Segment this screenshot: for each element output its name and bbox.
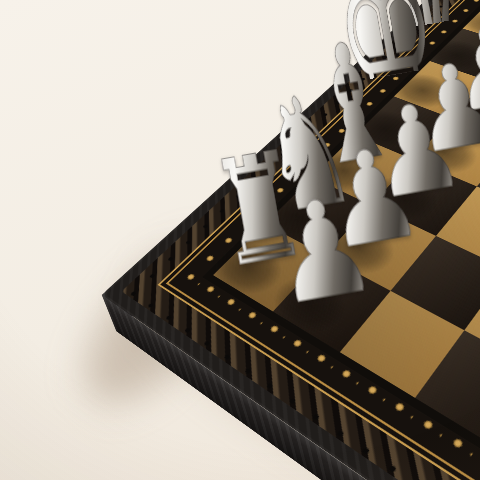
piece-glyph: ♟ <box>263 182 383 320</box>
perspective-scene: ♜♞♝♛♚♝♞♜♟♟♟♟♟♟♟♟♟♟♟♟♟♟♟♟♜♞♝♛♚♝♞♜ <box>0 0 480 480</box>
chess-board: ♜♞♝♛♚♝♞♜♟♟♟♟♟♟♟♟♟♟♟♟♟♟♟♟♜♞♝♛♚♝♞♜ <box>102 0 480 480</box>
camera-roll-wrapper: ♜♞♝♛♚♝♞♜♟♟♟♟♟♟♟♟♟♟♟♟♟♟♟♟♜♞♝♛♚♝♞♜ <box>0 0 480 480</box>
photo-stage: ♜♞♝♛♚♝♞♜♟♟♟♟♟♟♟♟♟♟♟♟♟♟♟♟♜♞♝♛♚♝♞♜ <box>0 0 480 480</box>
